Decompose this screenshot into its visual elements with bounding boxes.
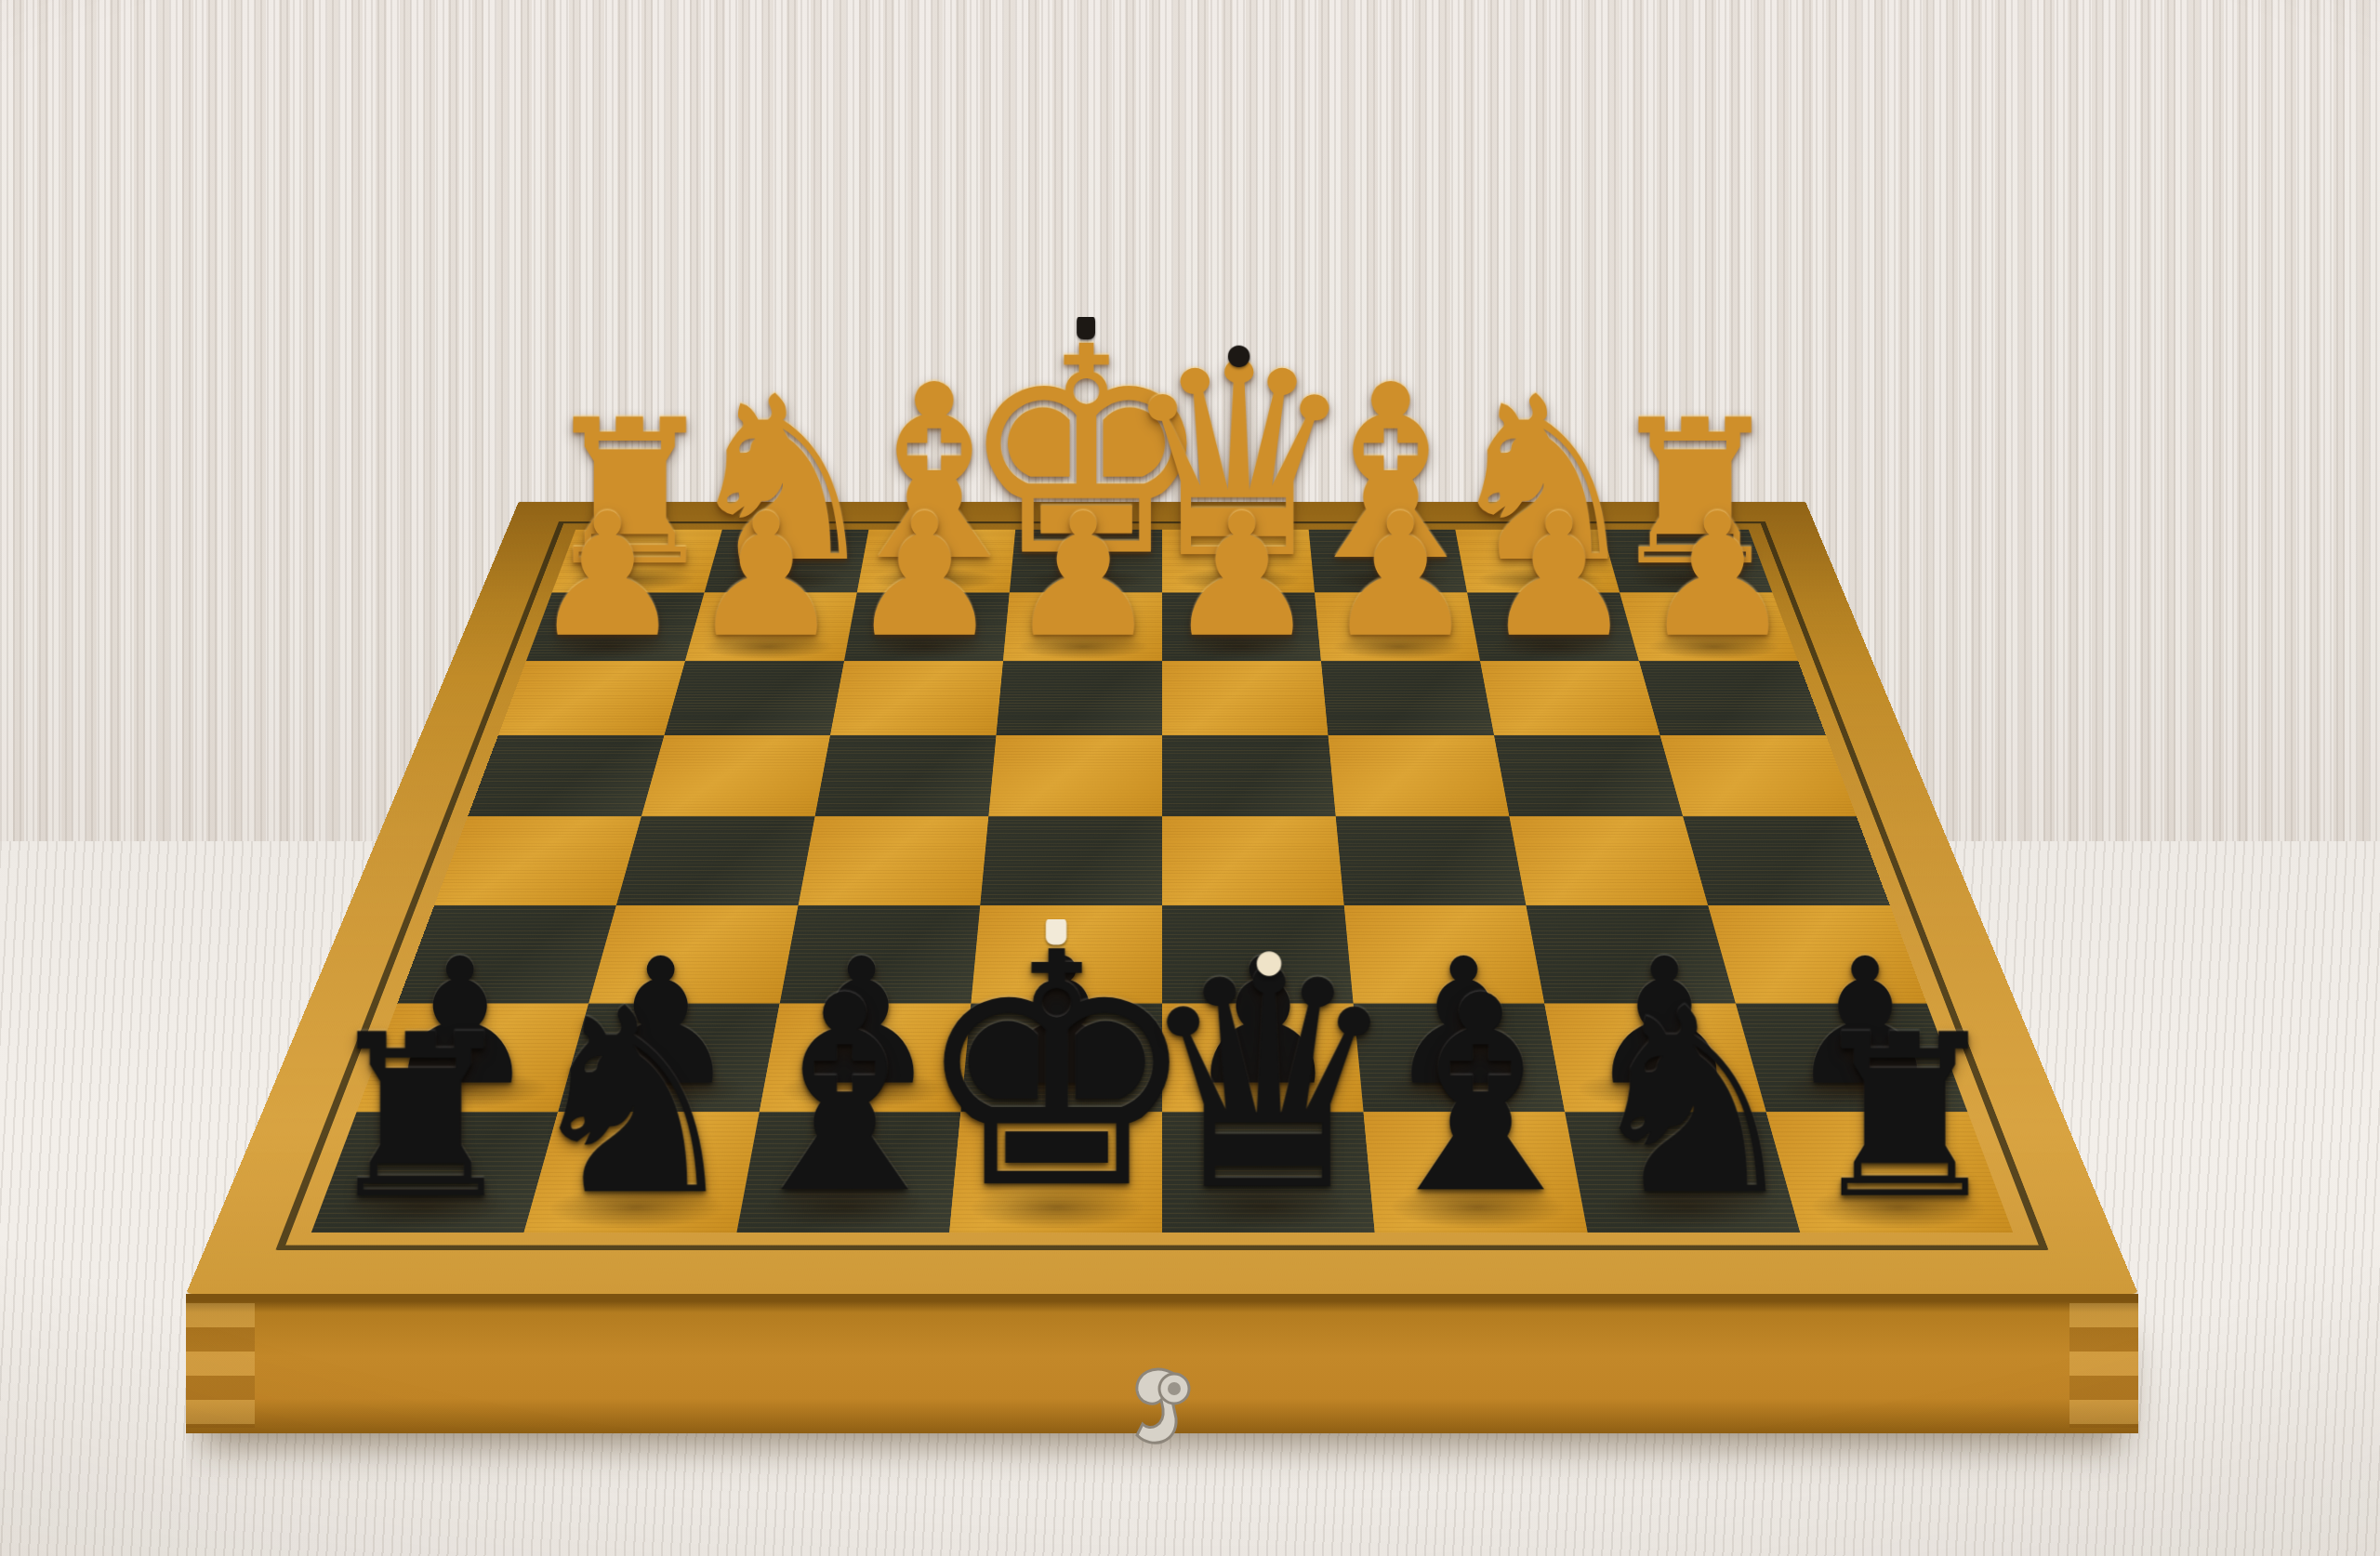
black-bishop-glyph: ♝ (722, 968, 965, 1225)
square-e6[interactable] (971, 905, 1162, 1003)
square-f5[interactable] (799, 816, 989, 905)
square-e7[interactable]: ♟ (960, 1004, 1162, 1113)
black-knight-glyph: ♞ (518, 982, 747, 1225)
square-f4[interactable] (815, 735, 997, 816)
black-pawn-glyph: ♟ (984, 940, 1140, 1105)
square-f6[interactable] (780, 905, 981, 1003)
square-g1[interactable]: ♞ (705, 530, 869, 593)
white-knight[interactable]: ♞ (680, 373, 883, 588)
square-d7[interactable]: ♟ (1162, 1004, 1364, 1113)
square-b3[interactable] (1480, 661, 1660, 735)
square-c3[interactable] (1321, 661, 1494, 735)
white-king-finial (1077, 314, 1095, 339)
latch-hook-icon[interactable] (1126, 1361, 1198, 1457)
white-queen[interactable]: ♛ (1118, 335, 1358, 589)
board-wood-shading (186, 502, 2138, 1294)
black-pawn[interactable]: ♟ (1586, 940, 1742, 1105)
white-bishop[interactable]: ♝ (826, 360, 1041, 588)
square-d6[interactable] (1162, 905, 1354, 1003)
square-b6[interactable] (1526, 905, 1735, 1003)
square-c6[interactable] (1344, 905, 1545, 1003)
white-bishop-glyph: ♝ (1282, 360, 1498, 588)
square-b7[interactable]: ♟ (1544, 1004, 1766, 1113)
square-b4[interactable] (1494, 735, 1683, 816)
white-pawn-glyph: ♟ (690, 495, 842, 657)
black-bishop-glyph: ♝ (1358, 968, 1601, 1225)
black-knight[interactable]: ♞ (1578, 982, 1807, 1225)
black-pawn[interactable]: ♟ (783, 940, 939, 1105)
white-knight-glyph: ♞ (1441, 373, 1645, 588)
black-king[interactable]: ♚ (912, 919, 1201, 1225)
square-g8[interactable]: ♞ (524, 1112, 760, 1233)
black-knight-glyph: ♞ (1578, 982, 1807, 1225)
front-panel (186, 1294, 2138, 1433)
black-pawn[interactable]: ♟ (381, 940, 537, 1105)
white-pawn[interactable]: ♟ (1641, 495, 1793, 657)
black-pawn-glyph: ♟ (582, 940, 738, 1105)
square-a8[interactable]: ♜ (1766, 1112, 2013, 1233)
white-king-glyph: ♚ (958, 317, 1214, 588)
white-pawn-glyph: ♟ (1482, 495, 1634, 657)
square-a4[interactable] (1660, 735, 1857, 816)
square-d4[interactable] (1162, 735, 1336, 816)
white-pawn[interactable]: ♟ (1007, 495, 1159, 657)
black-king-finial (1046, 916, 1066, 944)
square-e4[interactable] (988, 735, 1162, 816)
white-king[interactable]: ♚ (958, 317, 1214, 588)
white-rook-glyph: ♜ (1605, 399, 1784, 589)
white-pawn-glyph: ♟ (1641, 495, 1793, 657)
square-h1[interactable]: ♜ (552, 530, 722, 593)
black-queen-glyph: ♛ (1133, 939, 1403, 1225)
square-h2[interactable]: ♟ (526, 593, 705, 662)
black-pawn-glyph: ♟ (1385, 940, 1541, 1105)
white-knight[interactable]: ♞ (1441, 373, 1645, 588)
square-b2[interactable]: ♟ (1467, 593, 1639, 662)
square-d8[interactable]: ♛ (1162, 1112, 1375, 1233)
square-a5[interactable] (1683, 816, 1890, 905)
square-a6[interactable] (1708, 905, 1926, 1003)
white-pawn-glyph: ♟ (531, 495, 683, 657)
square-c8[interactable]: ♝ (1364, 1112, 1588, 1233)
square-a3[interactable] (1639, 661, 1826, 735)
black-rook[interactable]: ♜ (319, 1011, 521, 1225)
black-bishop[interactable]: ♝ (1358, 968, 1601, 1225)
black-knight[interactable]: ♞ (518, 982, 747, 1225)
square-c2[interactable]: ♟ (1315, 593, 1480, 662)
square-g3[interactable] (664, 661, 844, 735)
black-pawn[interactable]: ♟ (1385, 940, 1541, 1105)
square-g5[interactable] (616, 816, 815, 905)
black-rook[interactable]: ♜ (1803, 1011, 2004, 1225)
white-rook[interactable]: ♜ (539, 399, 719, 589)
square-d3[interactable] (1162, 661, 1329, 735)
black-queen-finial (1256, 951, 1280, 975)
square-e5[interactable] (980, 816, 1162, 905)
scene: ♜♞♝♚♛♝♞♜♟♟♟♟♟♟♟♟♟♟♟♟♟♟♟♟♜♞♝♚♛♝♞♜ (0, 0, 2380, 1556)
black-pawn-glyph: ♟ (1184, 940, 1341, 1105)
white-knight-glyph: ♞ (680, 373, 883, 588)
white-queen-finial (1227, 345, 1249, 367)
white-pawn-glyph: ♟ (848, 495, 1000, 657)
square-f7[interactable]: ♟ (760, 1004, 972, 1113)
square-f2[interactable]: ♟ (844, 593, 1010, 662)
square-e8[interactable]: ♚ (949, 1112, 1162, 1233)
white-pawn-glyph: ♟ (1007, 495, 1159, 657)
square-e3[interactable] (996, 661, 1162, 735)
black-rook-glyph: ♜ (319, 1011, 521, 1225)
white-pawn[interactable]: ♟ (1482, 495, 1634, 657)
square-f1[interactable]: ♝ (857, 530, 1015, 593)
white-pawn[interactable]: ♟ (690, 495, 842, 657)
square-h4[interactable] (468, 735, 664, 816)
square-b5[interactable] (1509, 816, 1708, 905)
square-e1[interactable]: ♚ (1010, 530, 1162, 593)
square-h3[interactable] (498, 661, 685, 735)
black-queen[interactable]: ♛ (1133, 939, 1403, 1225)
black-pawn[interactable]: ♟ (582, 940, 738, 1105)
white-pawn[interactable]: ♟ (848, 495, 1000, 657)
white-pawn-glyph: ♟ (1324, 495, 1476, 657)
black-king-glyph: ♚ (912, 919, 1201, 1225)
square-g2[interactable]: ♟ (685, 593, 857, 662)
black-pawn[interactable]: ♟ (1184, 940, 1341, 1105)
black-bishop[interactable]: ♝ (722, 968, 965, 1225)
board-grid: ♜♞♝♚♛♝♞♜♟♟♟♟♟♟♟♟♟♟♟♟♟♟♟♟♜♞♝♚♛♝♞♜ (311, 530, 2013, 1233)
square-c4[interactable] (1329, 735, 1510, 816)
white-bishop-glyph: ♝ (826, 360, 1041, 588)
black-pawn-glyph: ♟ (783, 940, 939, 1105)
black-pawn-glyph: ♟ (1586, 940, 1742, 1105)
square-b8[interactable]: ♞ (1565, 1112, 1800, 1233)
white-pawn[interactable]: ♟ (1165, 495, 1317, 657)
black-pawn-glyph: ♟ (1787, 940, 1943, 1105)
square-g6[interactable] (588, 905, 798, 1003)
white-rook-glyph: ♜ (539, 399, 719, 589)
square-c1[interactable]: ♝ (1309, 530, 1467, 593)
square-d5[interactable] (1162, 816, 1344, 905)
white-pawn-glyph: ♟ (1165, 495, 1317, 657)
square-a1[interactable]: ♜ (1602, 530, 1772, 593)
white-rook[interactable]: ♜ (1605, 399, 1784, 589)
finger-joint-left (186, 1303, 255, 1428)
square-a7[interactable]: ♟ (1736, 1004, 1968, 1113)
square-c5[interactable] (1336, 816, 1527, 905)
square-f8[interactable]: ♝ (736, 1112, 960, 1233)
square-f3[interactable] (830, 661, 1003, 735)
white-bishop[interactable]: ♝ (1282, 360, 1498, 588)
square-d1[interactable]: ♛ (1162, 530, 1315, 593)
square-h8[interactable]: ♜ (311, 1112, 558, 1233)
chess-board-box: ♜♞♝♚♛♝♞♜♟♟♟♟♟♟♟♟♟♟♟♟♟♟♟♟♜♞♝♚♛♝♞♜ (186, 502, 2138, 1294)
board-pinstripe-border (275, 521, 2048, 1250)
black-rook-glyph: ♜ (1803, 1011, 2004, 1225)
white-queen-glyph: ♛ (1118, 335, 1358, 589)
white-pawn[interactable]: ♟ (1324, 495, 1476, 657)
square-b1[interactable]: ♞ (1455, 530, 1620, 593)
square-g7[interactable]: ♟ (558, 1004, 780, 1113)
square-c7[interactable]: ♟ (1354, 1004, 1566, 1113)
white-pawn[interactable]: ♟ (531, 495, 683, 657)
black-pawn[interactable]: ♟ (984, 940, 1140, 1105)
square-a2[interactable]: ♟ (1620, 593, 1798, 662)
square-h5[interactable] (434, 816, 641, 905)
black-pawn[interactable]: ♟ (1787, 940, 1943, 1105)
black-pawn-glyph: ♟ (381, 940, 537, 1105)
square-h7[interactable]: ♟ (357, 1004, 589, 1113)
square-h6[interactable] (397, 905, 615, 1003)
finger-joint-right (2069, 1303, 2138, 1428)
square-g4[interactable] (641, 735, 830, 816)
square-e2[interactable]: ♟ (1003, 593, 1162, 662)
square-d2[interactable]: ♟ (1162, 593, 1321, 662)
